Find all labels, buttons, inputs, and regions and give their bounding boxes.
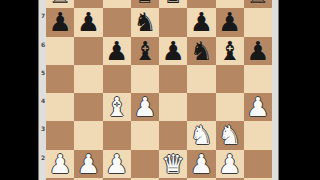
piece-white-bishop: ♝ bbox=[105, 178, 128, 180]
square-h4[interactable]: ♟ bbox=[244, 93, 272, 121]
piece-white-pawn: ♟ bbox=[77, 150, 100, 178]
square-b7[interactable]: ♟ bbox=[74, 8, 102, 36]
piece-white-pawn: ♟ bbox=[105, 150, 128, 178]
square-h8[interactable]: ♜ bbox=[244, 0, 272, 8]
square-a4[interactable] bbox=[46, 93, 74, 121]
piece-white-queen: ♛ bbox=[161, 150, 184, 178]
square-a2[interactable]: ♟ bbox=[46, 150, 74, 178]
square-b5[interactable] bbox=[74, 65, 102, 93]
square-f7[interactable]: ♟ bbox=[187, 8, 215, 36]
square-b6[interactable] bbox=[74, 37, 102, 65]
square-d8[interactable]: ♛ bbox=[131, 0, 159, 8]
square-f6[interactable]: ♞ bbox=[187, 37, 215, 65]
square-f4[interactable] bbox=[187, 93, 215, 121]
square-f5[interactable] bbox=[187, 65, 215, 93]
square-g6[interactable]: ♝ bbox=[216, 37, 244, 65]
square-g8[interactable] bbox=[216, 0, 244, 8]
square-h2[interactable] bbox=[244, 150, 272, 178]
square-e1[interactable] bbox=[159, 178, 187, 180]
chess-board: ♜♛♚♜♟♟♞♟♟♟♝♟♞♝♟♝♟♟♞♞♟♟♟♛♟♟♜♝♜♚ bbox=[46, 0, 272, 180]
square-f1[interactable]: ♜ bbox=[187, 178, 215, 180]
piece-black-rook: ♜ bbox=[48, 0, 71, 8]
square-d2[interactable] bbox=[131, 150, 159, 178]
square-a7[interactable]: ♟ bbox=[46, 8, 74, 36]
square-g2[interactable]: ♟ bbox=[216, 150, 244, 178]
square-g4[interactable] bbox=[216, 93, 244, 121]
square-b2[interactable]: ♟ bbox=[74, 150, 102, 178]
piece-black-knight: ♞ bbox=[133, 8, 156, 36]
square-b1[interactable] bbox=[74, 178, 102, 180]
piece-white-pawn: ♟ bbox=[190, 150, 213, 178]
square-h1[interactable] bbox=[244, 178, 272, 180]
square-c2[interactable]: ♟ bbox=[103, 150, 131, 178]
square-e6[interactable]: ♟ bbox=[159, 37, 187, 65]
square-e2[interactable]: ♛ bbox=[159, 150, 187, 178]
piece-white-king: ♚ bbox=[218, 178, 241, 180]
letterbox-left bbox=[0, 0, 38, 180]
piece-black-bishop: ♝ bbox=[218, 37, 241, 65]
square-a3[interactable] bbox=[46, 121, 74, 149]
square-h3[interactable] bbox=[244, 121, 272, 149]
square-e5[interactable] bbox=[159, 65, 187, 93]
square-b3[interactable] bbox=[74, 121, 102, 149]
square-h6[interactable]: ♟ bbox=[244, 37, 272, 65]
square-d7[interactable]: ♞ bbox=[131, 8, 159, 36]
piece-white-pawn: ♟ bbox=[48, 150, 71, 178]
piece-white-pawn: ♟ bbox=[218, 150, 241, 178]
square-a6[interactable] bbox=[46, 37, 74, 65]
square-c1[interactable]: ♝ bbox=[103, 178, 131, 180]
piece-white-pawn: ♟ bbox=[246, 93, 269, 121]
square-b8[interactable] bbox=[74, 0, 102, 8]
piece-black-pawn: ♟ bbox=[105, 37, 128, 65]
square-d4[interactable]: ♟ bbox=[131, 93, 159, 121]
square-f2[interactable]: ♟ bbox=[187, 150, 215, 178]
piece-black-pawn: ♟ bbox=[77, 8, 100, 36]
square-g7[interactable]: ♟ bbox=[216, 8, 244, 36]
square-a1[interactable]: ♜ bbox=[46, 178, 74, 180]
square-f8[interactable] bbox=[187, 0, 215, 8]
square-h5[interactable] bbox=[244, 65, 272, 93]
letterbox-right bbox=[279, 0, 320, 180]
piece-black-pawn: ♟ bbox=[190, 8, 213, 36]
piece-white-rook: ♜ bbox=[48, 178, 71, 180]
square-g3[interactable]: ♞ bbox=[216, 121, 244, 149]
piece-white-rook: ♜ bbox=[190, 178, 213, 180]
square-f3[interactable]: ♞ bbox=[187, 121, 215, 149]
square-c7[interactable] bbox=[103, 8, 131, 36]
square-e4[interactable] bbox=[159, 93, 187, 121]
piece-white-knight: ♞ bbox=[218, 121, 241, 149]
square-c6[interactable]: ♟ bbox=[103, 37, 131, 65]
piece-black-rook: ♜ bbox=[246, 0, 269, 8]
square-c3[interactable] bbox=[103, 121, 131, 149]
square-e7[interactable] bbox=[159, 8, 187, 36]
piece-white-pawn: ♟ bbox=[133, 93, 156, 121]
piece-white-bishop: ♝ bbox=[105, 93, 128, 121]
square-c4[interactable]: ♝ bbox=[103, 93, 131, 121]
square-h7[interactable] bbox=[244, 8, 272, 36]
piece-black-pawn: ♟ bbox=[246, 37, 269, 65]
piece-black-pawn: ♟ bbox=[161, 37, 184, 65]
square-d1[interactable] bbox=[131, 178, 159, 180]
square-d6[interactable]: ♝ bbox=[131, 37, 159, 65]
square-a5[interactable] bbox=[46, 65, 74, 93]
square-e3[interactable] bbox=[159, 121, 187, 149]
rank-labels-gutter: 7654321 bbox=[38, 0, 46, 180]
square-d5[interactable] bbox=[131, 65, 159, 93]
square-e8[interactable]: ♚ bbox=[159, 0, 187, 8]
board-gutter-right bbox=[272, 0, 279, 180]
piece-black-queen: ♛ bbox=[133, 0, 156, 8]
square-g5[interactable] bbox=[216, 65, 244, 93]
square-b4[interactable] bbox=[74, 93, 102, 121]
piece-black-pawn: ♟ bbox=[218, 8, 241, 36]
piece-white-knight: ♞ bbox=[190, 121, 213, 149]
video-frame: 7654321 ♜♛♚♜♟♟♞♟♟♟♝♟♞♝♟♝♟♟♞♞♟♟♟♛♟♟♜♝♜♚ bbox=[0, 0, 320, 180]
square-c8[interactable] bbox=[103, 0, 131, 8]
piece-black-king: ♚ bbox=[161, 0, 184, 8]
square-g1[interactable]: ♚ bbox=[216, 178, 244, 180]
square-c5[interactable] bbox=[103, 65, 131, 93]
piece-black-pawn: ♟ bbox=[48, 8, 71, 36]
square-a8[interactable]: ♜ bbox=[46, 0, 74, 8]
square-d3[interactable] bbox=[131, 121, 159, 149]
piece-black-knight: ♞ bbox=[190, 37, 213, 65]
piece-black-bishop: ♝ bbox=[133, 37, 156, 65]
